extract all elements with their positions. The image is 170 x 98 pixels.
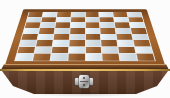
board-square (119, 47, 136, 53)
square-piece-slot (23, 28, 39, 33)
board-square (51, 47, 68, 53)
board-square (21, 34, 37, 40)
square-piece-slot (101, 34, 117, 40)
board-square (114, 17, 129, 22)
square-piece-slot (39, 28, 54, 33)
square-piece-slot (28, 12, 43, 17)
square-piece-slot (69, 34, 84, 40)
board-square (55, 23, 70, 28)
square-piece-slot (56, 17, 70, 22)
board-square (50, 54, 67, 61)
square-piece-slot (100, 17, 114, 22)
board-square (120, 54, 138, 61)
board-square (53, 34, 69, 40)
square-piece-slot (85, 54, 102, 61)
board-square (131, 28, 147, 33)
board-square (100, 17, 114, 22)
board-square (36, 40, 52, 46)
square-piece-slot (128, 17, 143, 22)
board-square (37, 34, 53, 40)
board-square (23, 28, 39, 33)
board-square (101, 28, 116, 33)
board-square (57, 12, 71, 17)
gold-trim-line (0, 69, 170, 71)
board-square (85, 23, 99, 28)
board-square (52, 40, 68, 46)
board-square (85, 34, 100, 40)
square-piece-slot (101, 28, 116, 33)
square-piece-slot (40, 23, 55, 28)
chess-box-photo (0, 0, 170, 98)
square-piece-slot (19, 40, 36, 46)
board-square (25, 23, 40, 28)
square-piece-slot (103, 54, 120, 61)
board-square (100, 23, 115, 28)
chess-board-grid (15, 12, 154, 60)
board-square (116, 28, 131, 33)
square-piece-slot (85, 34, 100, 40)
square-piece-slot (85, 23, 99, 28)
board-square (71, 12, 85, 17)
board-lid-top (5, 9, 165, 65)
board-square (27, 17, 42, 22)
square-piece-slot (21, 34, 37, 40)
board-square (85, 17, 99, 22)
square-piece-slot (54, 28, 69, 33)
clasp-screw (83, 84, 85, 86)
board-square (102, 47, 119, 53)
board-square (70, 23, 84, 28)
board-square (28, 12, 43, 17)
board-square (41, 17, 56, 22)
square-piece-slot (131, 28, 147, 33)
square-piece-slot (55, 23, 70, 28)
square-piece-slot (34, 47, 51, 53)
square-piece-slot (117, 34, 133, 40)
square-piece-slot (71, 17, 85, 22)
square-piece-slot (57, 12, 71, 17)
board-square (42, 12, 56, 17)
square-piece-slot (116, 28, 131, 33)
board-square (117, 34, 133, 40)
square-piece-slot (85, 47, 101, 53)
board-square (135, 47, 152, 53)
square-piece-slot (53, 34, 69, 40)
board-square (118, 40, 134, 46)
board-square (134, 40, 151, 46)
square-piece-slot (135, 47, 152, 53)
square-piece-slot (118, 40, 134, 46)
square-piece-slot (33, 54, 51, 61)
board-square (40, 23, 55, 28)
latch-clasp-icon (75, 75, 93, 88)
square-piece-slot (85, 40, 101, 46)
square-piece-slot (101, 40, 117, 46)
board-inlay-border (14, 12, 156, 61)
square-piece-slot (69, 40, 85, 46)
square-piece-slot (17, 47, 34, 53)
square-piece-slot (27, 17, 42, 22)
board-square (127, 12, 142, 17)
square-piece-slot (71, 12, 85, 17)
square-piece-slot (70, 28, 85, 33)
square-piece-slot (114, 17, 129, 22)
board-square (85, 12, 99, 17)
square-piece-slot (127, 12, 142, 17)
square-piece-slot (52, 40, 68, 46)
board-square (85, 47, 101, 53)
board-square (19, 40, 36, 46)
square-piece-slot (68, 47, 84, 53)
board-square (103, 54, 120, 61)
square-piece-slot (120, 54, 138, 61)
clasp-seam (80, 81, 88, 82)
board-square (70, 28, 85, 33)
square-piece-slot (85, 12, 99, 17)
board-square (15, 54, 33, 61)
square-piece-slot (134, 40, 151, 46)
board-square (68, 54, 85, 61)
floor-shadow (25, 92, 145, 97)
board-square (85, 54, 102, 61)
square-piece-slot (25, 23, 40, 28)
board-square (34, 47, 51, 53)
square-piece-slot (102, 47, 119, 53)
board-square (69, 34, 84, 40)
square-piece-slot (137, 54, 155, 61)
board-square (137, 54, 155, 61)
board-square (115, 23, 130, 28)
board-square (71, 17, 85, 22)
board-square (39, 28, 54, 33)
square-piece-slot (132, 34, 148, 40)
square-piece-slot (70, 23, 84, 28)
square-piece-slot (85, 17, 99, 22)
square-piece-slot (68, 54, 85, 61)
clasp-screw (83, 77, 85, 79)
board-square (54, 28, 69, 33)
square-piece-slot (36, 40, 52, 46)
square-piece-slot (85, 28, 100, 33)
board-square (56, 17, 70, 22)
square-piece-slot (50, 54, 67, 61)
clasp-right-wing (89, 78, 93, 85)
board-square (69, 40, 85, 46)
board-square (128, 17, 143, 22)
board-square (99, 12, 113, 17)
square-piece-slot (42, 12, 56, 17)
square-piece-slot (51, 47, 68, 53)
square-piece-slot (119, 47, 136, 53)
board-square (130, 23, 145, 28)
board-square (33, 54, 51, 61)
board-square (17, 47, 34, 53)
square-piece-slot (113, 12, 127, 17)
board-square (132, 34, 148, 40)
board-square (85, 28, 100, 33)
square-piece-slot (130, 23, 145, 28)
square-piece-slot (115, 23, 130, 28)
square-piece-slot (99, 12, 113, 17)
board-square (68, 47, 84, 53)
square-piece-slot (15, 54, 33, 61)
board-square (101, 40, 117, 46)
board-square (113, 12, 127, 17)
board-square (101, 34, 117, 40)
square-piece-slot (41, 17, 56, 22)
square-piece-slot (100, 23, 115, 28)
board-square (85, 40, 101, 46)
square-piece-slot (37, 34, 53, 40)
